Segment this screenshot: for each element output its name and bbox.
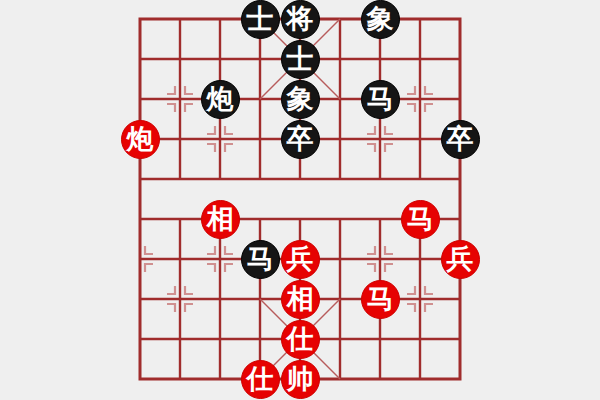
- board-point[interactable]: 士: [280, 39, 320, 79]
- board-point[interactable]: [160, 119, 200, 159]
- board-point[interactable]: [160, 319, 200, 359]
- board-point[interactable]: [120, 39, 160, 79]
- piece-red-pawn[interactable]: 兵: [281, 240, 320, 279]
- board-point[interactable]: [160, 39, 200, 79]
- board-point[interactable]: [320, 0, 360, 39]
- board-point[interactable]: [360, 39, 400, 79]
- board-point[interactable]: 仕: [280, 319, 320, 359]
- board-point[interactable]: [400, 239, 440, 279]
- board-point[interactable]: [400, 0, 440, 39]
- board-point[interactable]: [240, 279, 280, 319]
- xiangqi-app: 士将象士炮象马炮卒卒相马马兵兵相马仕仕帅: [0, 0, 600, 400]
- pieces-layer: 士将象士炮象马炮卒卒相马马兵兵相马仕仕帅: [120, 0, 480, 399]
- board-point[interactable]: [200, 159, 240, 199]
- board-point[interactable]: 卒: [280, 119, 320, 159]
- board-point[interactable]: [200, 39, 240, 79]
- board-point[interactable]: [440, 39, 480, 79]
- board-point[interactable]: [320, 79, 360, 119]
- board-point[interactable]: [240, 319, 280, 359]
- board-point[interactable]: [440, 319, 480, 359]
- board-point[interactable]: [200, 0, 240, 39]
- board-point[interactable]: [280, 199, 320, 239]
- board-point[interactable]: 帅: [280, 359, 320, 399]
- piece-black-pawn[interactable]: 卒: [281, 120, 320, 159]
- board-point[interactable]: [360, 159, 400, 199]
- board-point[interactable]: [240, 79, 280, 119]
- xiangqi-board[interactable]: 士将象士炮象马炮卒卒相马马兵兵相马仕仕帅: [0, 0, 600, 400]
- piece-red-advisor[interactable]: 仕: [281, 320, 320, 359]
- board-point[interactable]: [400, 79, 440, 119]
- board-point[interactable]: [120, 279, 160, 319]
- board-point[interactable]: 卒: [440, 119, 480, 159]
- board-point[interactable]: 象: [280, 79, 320, 119]
- piece-red-advisor[interactable]: 仕: [241, 360, 280, 399]
- board-point[interactable]: [200, 239, 240, 279]
- board-point[interactable]: [120, 239, 160, 279]
- board-point[interactable]: 相: [280, 279, 320, 319]
- board-point[interactable]: [280, 159, 320, 199]
- board-point[interactable]: [360, 359, 400, 399]
- board-point[interactable]: [160, 159, 200, 199]
- board-point[interactable]: [360, 239, 400, 279]
- board-point[interactable]: [320, 119, 360, 159]
- board-point[interactable]: [120, 0, 160, 39]
- board-point[interactable]: 兵: [280, 239, 320, 279]
- piece-red-pawn[interactable]: 兵: [441, 240, 480, 279]
- piece-black-elephant[interactable]: 象: [281, 80, 320, 119]
- board-point[interactable]: [160, 239, 200, 279]
- board-point[interactable]: [320, 159, 360, 199]
- board-point[interactable]: 仕: [240, 359, 280, 399]
- board-point[interactable]: [360, 119, 400, 159]
- piece-red-cannon[interactable]: 炮: [121, 120, 160, 159]
- board-point[interactable]: [320, 319, 360, 359]
- board-point[interactable]: 将: [280, 0, 320, 39]
- piece-red-elephant[interactable]: 相: [201, 200, 240, 239]
- board-point[interactable]: [240, 119, 280, 159]
- board-point[interactable]: [320, 239, 360, 279]
- board-point[interactable]: [120, 319, 160, 359]
- board-point[interactable]: [240, 39, 280, 79]
- board-point[interactable]: [400, 119, 440, 159]
- board-point[interactable]: [160, 199, 200, 239]
- board-point[interactable]: 兵: [440, 239, 480, 279]
- piece-black-advisor[interactable]: 士: [241, 0, 280, 39]
- board-point[interactable]: [440, 199, 480, 239]
- board-point[interactable]: [160, 0, 200, 39]
- piece-red-horse[interactable]: 马: [361, 280, 400, 319]
- board-point[interactable]: [440, 79, 480, 119]
- board-point[interactable]: [200, 359, 240, 399]
- board-point[interactable]: 炮: [200, 79, 240, 119]
- board-point[interactable]: [440, 0, 480, 39]
- board-point[interactable]: [240, 159, 280, 199]
- board-point[interactable]: 马: [360, 279, 400, 319]
- board-point[interactable]: [400, 279, 440, 319]
- board-point[interactable]: [200, 279, 240, 319]
- board-point[interactable]: 马: [400, 199, 440, 239]
- board-point[interactable]: [120, 79, 160, 119]
- board-point[interactable]: [160, 359, 200, 399]
- piece-black-horse[interactable]: 马: [361, 80, 400, 119]
- board-point[interactable]: [160, 279, 200, 319]
- board-point[interactable]: [120, 199, 160, 239]
- board-point[interactable]: [320, 39, 360, 79]
- board-point[interactable]: [240, 199, 280, 239]
- board-point[interactable]: [400, 319, 440, 359]
- piece-black-horse[interactable]: 马: [241, 240, 280, 279]
- piece-red-elephant[interactable]: 相: [281, 280, 320, 319]
- board-point[interactable]: [160, 79, 200, 119]
- board-point[interactable]: [320, 199, 360, 239]
- piece-red-king[interactable]: 帅: [281, 360, 320, 399]
- board-point[interactable]: [400, 39, 440, 79]
- board-point[interactable]: 马: [360, 79, 400, 119]
- piece-black-elephant[interactable]: 象: [361, 0, 400, 39]
- board-point[interactable]: 炮: [120, 119, 160, 159]
- board-point[interactable]: [320, 359, 360, 399]
- board-point[interactable]: [200, 119, 240, 159]
- piece-black-advisor[interactable]: 士: [281, 40, 320, 79]
- piece-black-king[interactable]: 将: [281, 0, 320, 39]
- board-point[interactable]: [440, 359, 480, 399]
- board-point[interactable]: [120, 159, 160, 199]
- board-point[interactable]: [440, 279, 480, 319]
- board-point[interactable]: [400, 159, 440, 199]
- board-point[interactable]: 马: [240, 239, 280, 279]
- board-point[interactable]: 象: [360, 0, 400, 39]
- board-point[interactable]: [320, 279, 360, 319]
- board-point[interactable]: [360, 319, 400, 359]
- board-point[interactable]: 士: [240, 0, 280, 39]
- board-point[interactable]: 相: [200, 199, 240, 239]
- piece-red-horse[interactable]: 马: [401, 200, 440, 239]
- piece-black-cannon[interactable]: 炮: [201, 80, 240, 119]
- board-point[interactable]: [200, 319, 240, 359]
- piece-black-pawn[interactable]: 卒: [441, 120, 480, 159]
- board-point[interactable]: [400, 359, 440, 399]
- board-point[interactable]: [360, 199, 400, 239]
- board-point[interactable]: [120, 359, 160, 399]
- board-point[interactable]: [440, 159, 480, 199]
